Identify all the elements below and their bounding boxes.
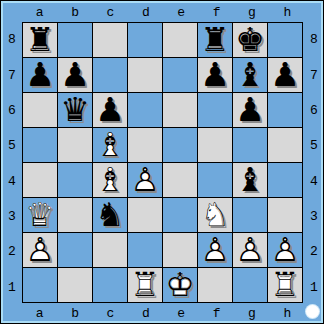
square-a1[interactable]: [23, 268, 57, 302]
rank-label-right-1: 1: [305, 270, 323, 305]
file-label-bottom-h: h: [270, 304, 305, 322]
square-d5[interactable]: [128, 128, 162, 162]
square-e6[interactable]: [163, 93, 197, 127]
file-labels-bottom: abcdefgh: [22, 304, 305, 322]
square-c4[interactable]: ♝♗: [93, 163, 127, 197]
rank-label-right-5: 5: [305, 128, 323, 163]
square-g4[interactable]: ♝: [233, 163, 267, 197]
white-pawn-glyph-outline: ♙: [128, 163, 162, 197]
square-h4[interactable]: [268, 163, 302, 197]
square-g1[interactable]: [233, 268, 267, 302]
black-bishop-glyph: ♝: [233, 163, 267, 197]
rank-label-left-8: 8: [3, 22, 21, 57]
piece-white-pawn[interactable]: ♟♙: [268, 233, 302, 267]
rank-label-right-8: 8: [305, 22, 323, 57]
square-e7[interactable]: [163, 58, 197, 92]
rank-label-right-6: 6: [305, 93, 323, 128]
square-b8[interactable]: [58, 23, 92, 57]
square-b7[interactable]: ♟: [58, 58, 92, 92]
file-labels-top: abcdefgh: [22, 3, 305, 21]
chessboard-frame: abcdefgh abcdefgh 87654321 87654321 ♜♜♚♟…: [0, 0, 324, 324]
piece-white-queen[interactable]: ♛♕: [23, 198, 57, 232]
square-d8[interactable]: [128, 23, 162, 57]
white-rook-glyph-outline: ♖: [268, 268, 302, 302]
square-c3[interactable]: ♞: [93, 198, 127, 232]
square-h7[interactable]: ♟: [268, 58, 302, 92]
square-b4[interactable]: [58, 163, 92, 197]
square-f2[interactable]: ♟♙: [198, 233, 232, 267]
square-d3[interactable]: [128, 198, 162, 232]
white-to-move-indicator: [306, 305, 319, 318]
square-a2[interactable]: ♟♙: [23, 233, 57, 267]
white-rook-glyph-outline: ♖: [128, 268, 162, 302]
file-label-bottom-d: d: [128, 304, 163, 322]
square-a7[interactable]: ♟: [23, 58, 57, 92]
square-e2[interactable]: [163, 233, 197, 267]
square-c8[interactable]: [93, 23, 127, 57]
file-label-top-e: e: [164, 3, 199, 21]
black-pawn-glyph: ♟: [233, 93, 267, 127]
piece-black-pawn[interactable]: ♟: [268, 58, 302, 92]
board: ♜♜♚♟♟♟♝♟♛♟♟♝♗♝♗♟♙♝♛♕♞♞♘♟♙♟♙♟♙♟♙♜♖♚♔♜♖: [22, 22, 303, 303]
rank-label-right-2: 2: [305, 234, 323, 269]
piece-black-rook[interactable]: ♜: [198, 23, 232, 57]
rank-label-left-2: 2: [3, 234, 21, 269]
square-c5[interactable]: ♝♗: [93, 128, 127, 162]
white-pawn-glyph-outline: ♙: [268, 233, 302, 267]
square-e3[interactable]: [163, 198, 197, 232]
white-bishop-glyph-outline: ♗: [93, 128, 127, 162]
rank-label-right-3: 3: [305, 199, 323, 234]
white-pawn-glyph-outline: ♙: [233, 233, 267, 267]
piece-white-king[interactable]: ♚♔: [163, 268, 197, 302]
square-h8[interactable]: [268, 23, 302, 57]
square-b2[interactable]: [58, 233, 92, 267]
file-label-top-h: h: [270, 3, 305, 21]
square-a8[interactable]: ♜: [23, 23, 57, 57]
piece-white-knight[interactable]: ♞♘: [198, 198, 232, 232]
rank-label-right-4: 4: [305, 164, 323, 199]
square-f5[interactable]: [198, 128, 232, 162]
square-d4[interactable]: ♟♙: [128, 163, 162, 197]
square-a3[interactable]: ♛♕: [23, 198, 57, 232]
piece-black-bishop[interactable]: ♝: [233, 58, 267, 92]
square-b3[interactable]: [58, 198, 92, 232]
white-pawn-glyph-outline: ♙: [23, 233, 57, 267]
file-label-top-d: d: [128, 3, 163, 21]
square-f7[interactable]: ♟: [198, 58, 232, 92]
white-queen-glyph-outline: ♕: [23, 198, 57, 232]
black-rook-glyph: ♜: [198, 23, 232, 57]
square-g3[interactable]: [233, 198, 267, 232]
square-b5[interactable]: [58, 128, 92, 162]
square-h3[interactable]: [268, 198, 302, 232]
file-label-bottom-c: c: [93, 304, 128, 322]
piece-black-pawn[interactable]: ♟: [198, 58, 232, 92]
piece-black-king[interactable]: ♚: [233, 23, 267, 57]
square-g8[interactable]: ♚: [233, 23, 267, 57]
square-c7[interactable]: [93, 58, 127, 92]
file-label-top-g: g: [234, 3, 269, 21]
piece-black-pawn[interactable]: ♟: [58, 58, 92, 92]
piece-white-pawn[interactable]: ♟♙: [128, 163, 162, 197]
rank-labels-left: 87654321: [3, 22, 21, 305]
square-c1[interactable]: [93, 268, 127, 302]
square-f3[interactable]: ♞♘: [198, 198, 232, 232]
square-d6[interactable]: [128, 93, 162, 127]
piece-white-pawn[interactable]: ♟♙: [23, 233, 57, 267]
square-e5[interactable]: [163, 128, 197, 162]
square-e1[interactable]: ♚♔: [163, 268, 197, 302]
black-pawn-glyph: ♟: [58, 58, 92, 92]
square-a6[interactable]: [23, 93, 57, 127]
square-c6[interactable]: ♟: [93, 93, 127, 127]
black-pawn-glyph: ♟: [23, 58, 57, 92]
square-g5[interactable]: [233, 128, 267, 162]
black-bishop-glyph: ♝: [233, 58, 267, 92]
square-h2[interactable]: ♟♙: [268, 233, 302, 267]
piece-black-pawn[interactable]: ♟: [93, 93, 127, 127]
square-b6[interactable]: ♛: [58, 93, 92, 127]
square-f8[interactable]: ♜: [198, 23, 232, 57]
black-pawn-glyph: ♟: [268, 58, 302, 92]
rank-labels-right: 87654321: [305, 22, 323, 305]
file-label-bottom-e: e: [164, 304, 199, 322]
piece-black-queen[interactable]: ♛: [58, 93, 92, 127]
square-a5[interactable]: [23, 128, 57, 162]
square-g7[interactable]: ♝: [233, 58, 267, 92]
rank-label-right-7: 7: [305, 57, 323, 92]
square-a4[interactable]: [23, 163, 57, 197]
file-label-top-b: b: [57, 3, 92, 21]
black-king-glyph: ♚: [233, 23, 267, 57]
file-label-top-c: c: [93, 3, 128, 21]
square-b1[interactable]: [58, 268, 92, 302]
square-d2[interactable]: [128, 233, 162, 267]
file-label-bottom-b: b: [57, 304, 92, 322]
file-label-top-f: f: [199, 3, 234, 21]
square-f6[interactable]: [198, 93, 232, 127]
piece-black-bishop[interactable]: ♝: [233, 163, 267, 197]
piece-black-pawn[interactable]: ♟: [233, 93, 267, 127]
rank-label-left-3: 3: [3, 199, 21, 234]
rank-label-left-7: 7: [3, 57, 21, 92]
file-label-bottom-a: a: [22, 304, 57, 322]
rank-label-left-6: 6: [3, 93, 21, 128]
square-d1[interactable]: ♜♖: [128, 268, 162, 302]
piece-white-bishop[interactable]: ♝♗: [93, 128, 127, 162]
square-e4[interactable]: [163, 163, 197, 197]
black-queen-glyph: ♛: [58, 93, 92, 127]
white-king-glyph-outline: ♔: [163, 268, 197, 302]
piece-white-bishop[interactable]: ♝♗: [93, 163, 127, 197]
piece-black-rook[interactable]: ♜: [23, 23, 57, 57]
square-g2[interactable]: ♟♙: [233, 233, 267, 267]
file-label-bottom-g: g: [234, 304, 269, 322]
black-pawn-glyph: ♟: [198, 58, 232, 92]
piece-black-pawn[interactable]: ♟: [23, 58, 57, 92]
file-label-top-a: a: [22, 3, 57, 21]
piece-white-pawn[interactable]: ♟♙: [233, 233, 267, 267]
square-f4[interactable]: [198, 163, 232, 197]
black-knight-glyph: ♞: [93, 198, 127, 232]
square-e8[interactable]: [163, 23, 197, 57]
file-label-bottom-f: f: [199, 304, 234, 322]
piece-white-rook[interactable]: ♜♖: [128, 268, 162, 302]
rank-label-left-4: 4: [3, 164, 21, 199]
rank-label-left-1: 1: [3, 270, 21, 305]
black-pawn-glyph: ♟: [93, 93, 127, 127]
white-pawn-glyph-outline: ♙: [198, 233, 232, 267]
square-g6[interactable]: ♟: [233, 93, 267, 127]
square-h6[interactable]: [268, 93, 302, 127]
piece-white-rook[interactable]: ♜♖: [268, 268, 302, 302]
square-f1[interactable]: [198, 268, 232, 302]
square-d7[interactable]: [128, 58, 162, 92]
white-bishop-glyph-outline: ♗: [93, 163, 127, 197]
piece-white-pawn[interactable]: ♟♙: [198, 233, 232, 267]
black-rook-glyph: ♜: [23, 23, 57, 57]
square-c2[interactable]: [93, 233, 127, 267]
square-h5[interactable]: [268, 128, 302, 162]
rank-label-left-5: 5: [3, 128, 21, 163]
white-knight-glyph-outline: ♘: [198, 198, 232, 232]
piece-black-knight[interactable]: ♞: [93, 198, 127, 232]
square-h1[interactable]: ♜♖: [268, 268, 302, 302]
